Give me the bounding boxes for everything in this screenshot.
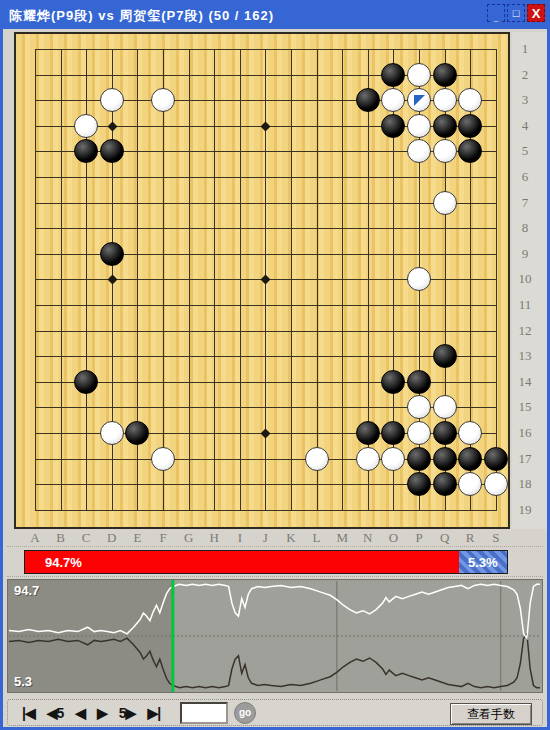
row-label: 3 (512, 92, 538, 108)
black-stone-D5 (100, 139, 124, 163)
white-stone-Q3 (433, 88, 457, 112)
row-label: 5 (512, 143, 538, 159)
white-winrate-segment: 5.3% (459, 551, 507, 573)
white-stone-Q15 (433, 395, 457, 419)
winrate-bar: 94.7% 5.3% (24, 550, 508, 574)
nav-forward-1-button[interactable]: ▶ (97, 705, 107, 721)
col-label: H (204, 530, 224, 546)
view-move-numbers-button[interactable]: 查看手数 (450, 703, 532, 725)
winrate-graph-canvas (8, 580, 542, 692)
black-stone-R17 (458, 447, 482, 471)
row-label: 16 (512, 425, 538, 441)
black-stone-O14 (381, 370, 405, 394)
row-label: 18 (512, 476, 538, 492)
col-label: K (281, 530, 301, 546)
nav-back-5-button[interactable]: ◀5 (47, 705, 64, 721)
go-button[interactable]: go (234, 702, 256, 724)
row-label: 9 (512, 246, 538, 262)
go-viewer-window: 陈耀烨(P9段) vs 周贺玺(P7段) (50 / 162) _ □ X 94… (0, 0, 550, 730)
nav-forward-5-button[interactable]: 5▶ (119, 705, 136, 721)
close-button[interactable]: X (527, 4, 545, 22)
col-label: D (102, 530, 122, 546)
white-stone-C4 (74, 114, 98, 138)
window-buttons: _ □ X (487, 4, 545, 22)
graph-white-value: 5.3 (14, 674, 32, 689)
black-stone-R4 (458, 114, 482, 138)
minimize-button[interactable]: _ (487, 4, 505, 22)
col-label: M (332, 530, 352, 546)
white-stone-D16 (100, 421, 124, 445)
grid-line (291, 49, 292, 511)
black-stone-C14 (74, 370, 98, 394)
white-stone-S18 (484, 472, 508, 496)
black-stone-P18 (407, 472, 431, 496)
row-label: 7 (512, 195, 538, 211)
white-stone-L17 (305, 447, 329, 471)
col-label: R (460, 530, 480, 546)
white-stone-R18 (458, 472, 482, 496)
white-stone-Q7 (433, 191, 457, 215)
row-label: 4 (512, 118, 538, 134)
winrate-bar-wrap: 94.7% 5.3% (7, 546, 543, 577)
last-move-marker (414, 95, 425, 106)
col-label: J (255, 530, 275, 546)
row-label: 2 (512, 67, 538, 83)
window-title: 陈耀烨(P9段) vs 周贺玺(P7段) (50 / 162) (3, 7, 274, 25)
white-stone-R16 (458, 421, 482, 445)
white-stone-P5 (407, 139, 431, 163)
white-stone-D3 (100, 88, 124, 112)
col-label: O (383, 530, 403, 546)
row-label: 10 (512, 271, 538, 287)
grid-line (496, 49, 497, 511)
grid-line (35, 331, 497, 332)
col-label: C (76, 530, 96, 546)
maximize-button[interactable]: □ (507, 4, 525, 22)
black-stone-P14 (407, 370, 431, 394)
col-label: F (153, 530, 173, 546)
winrate-graph[interactable]: 94.7 5.3 (7, 579, 543, 693)
star-point (261, 121, 271, 131)
black-stone-O2 (381, 63, 405, 87)
row-label: 12 (512, 323, 538, 339)
grid-line (342, 49, 343, 511)
col-label: Q (435, 530, 455, 546)
black-stone-N16 (356, 421, 380, 445)
black-stone-P17 (407, 447, 431, 471)
grid-line (317, 49, 318, 511)
row-label: 11 (512, 297, 538, 313)
white-stone-N17 (356, 447, 380, 471)
graph-black-value: 94.7 (14, 583, 39, 598)
black-stone-S17 (484, 447, 508, 471)
black-stone-Q16 (433, 421, 457, 445)
go-board (14, 32, 510, 529)
white-winrate-label: 5.3% (468, 555, 498, 570)
white-stone-O17 (381, 447, 405, 471)
white-stone-P15 (407, 395, 431, 419)
col-label: A (25, 530, 45, 546)
row-label: 1 (512, 41, 538, 57)
col-label: P (409, 530, 429, 546)
star-point (261, 429, 271, 439)
star-point (261, 275, 271, 285)
col-label: L (307, 530, 327, 546)
nav-last-button[interactable]: ▶| (147, 705, 160, 721)
grid-line (35, 356, 497, 357)
col-label: N (358, 530, 378, 546)
black-stone-Q4 (433, 114, 457, 138)
white-stone-P10 (407, 267, 431, 291)
black-stone-E16 (125, 421, 149, 445)
black-stone-O4 (381, 114, 405, 138)
col-label: I (230, 530, 250, 546)
black-stone-D9 (100, 242, 124, 266)
titlebar: 陈耀烨(P9段) vs 周贺玺(P7段) (50 / 162) _ □ X (3, 3, 547, 29)
white-stone-R3 (458, 88, 482, 112)
white-stone-P16 (407, 421, 431, 445)
star-point (107, 121, 117, 131)
row-label: 19 (512, 502, 538, 518)
col-label: E (127, 530, 147, 546)
black-winrate-label: 94.7% (25, 555, 82, 570)
black-stone-R5 (458, 139, 482, 163)
white-stone-P4 (407, 114, 431, 138)
nav-back-1-button[interactable]: ◀ (75, 705, 85, 721)
move-number-input[interactable] (180, 702, 228, 724)
navigation-bar: |◀◀5◀▶5▶▶| go 查看手数 (7, 699, 543, 726)
black-stone-Q18 (433, 472, 457, 496)
nav-buttons: |◀◀5◀▶5▶▶| (16, 705, 166, 721)
col-label: G (179, 530, 199, 546)
white-stone-P3 (407, 88, 431, 112)
black-winrate-segment: 94.7% (25, 551, 459, 573)
black-stone-Q13 (433, 344, 457, 368)
star-point (107, 275, 117, 285)
grid-line (35, 510, 497, 511)
white-stone-F17 (151, 447, 175, 471)
grid-line (35, 305, 497, 306)
row-label: 14 (512, 374, 538, 390)
white-stone-F3 (151, 88, 175, 112)
row-label: 8 (512, 220, 538, 236)
col-label: B (51, 530, 71, 546)
row-label: 17 (512, 451, 538, 467)
black-stone-C5 (74, 139, 98, 163)
nav-first-button[interactable]: |◀ (22, 705, 35, 721)
black-stone-O16 (381, 421, 405, 445)
black-stone-Q17 (433, 447, 457, 471)
col-label: S (486, 530, 506, 546)
white-stone-Q5 (433, 139, 457, 163)
black-stone-Q2 (433, 63, 457, 87)
row-label: 15 (512, 399, 538, 415)
white-stone-P2 (407, 63, 431, 87)
row-label: 13 (512, 348, 538, 364)
white-stone-O3 (381, 88, 405, 112)
black-stone-N3 (356, 88, 380, 112)
row-label: 6 (512, 169, 538, 185)
